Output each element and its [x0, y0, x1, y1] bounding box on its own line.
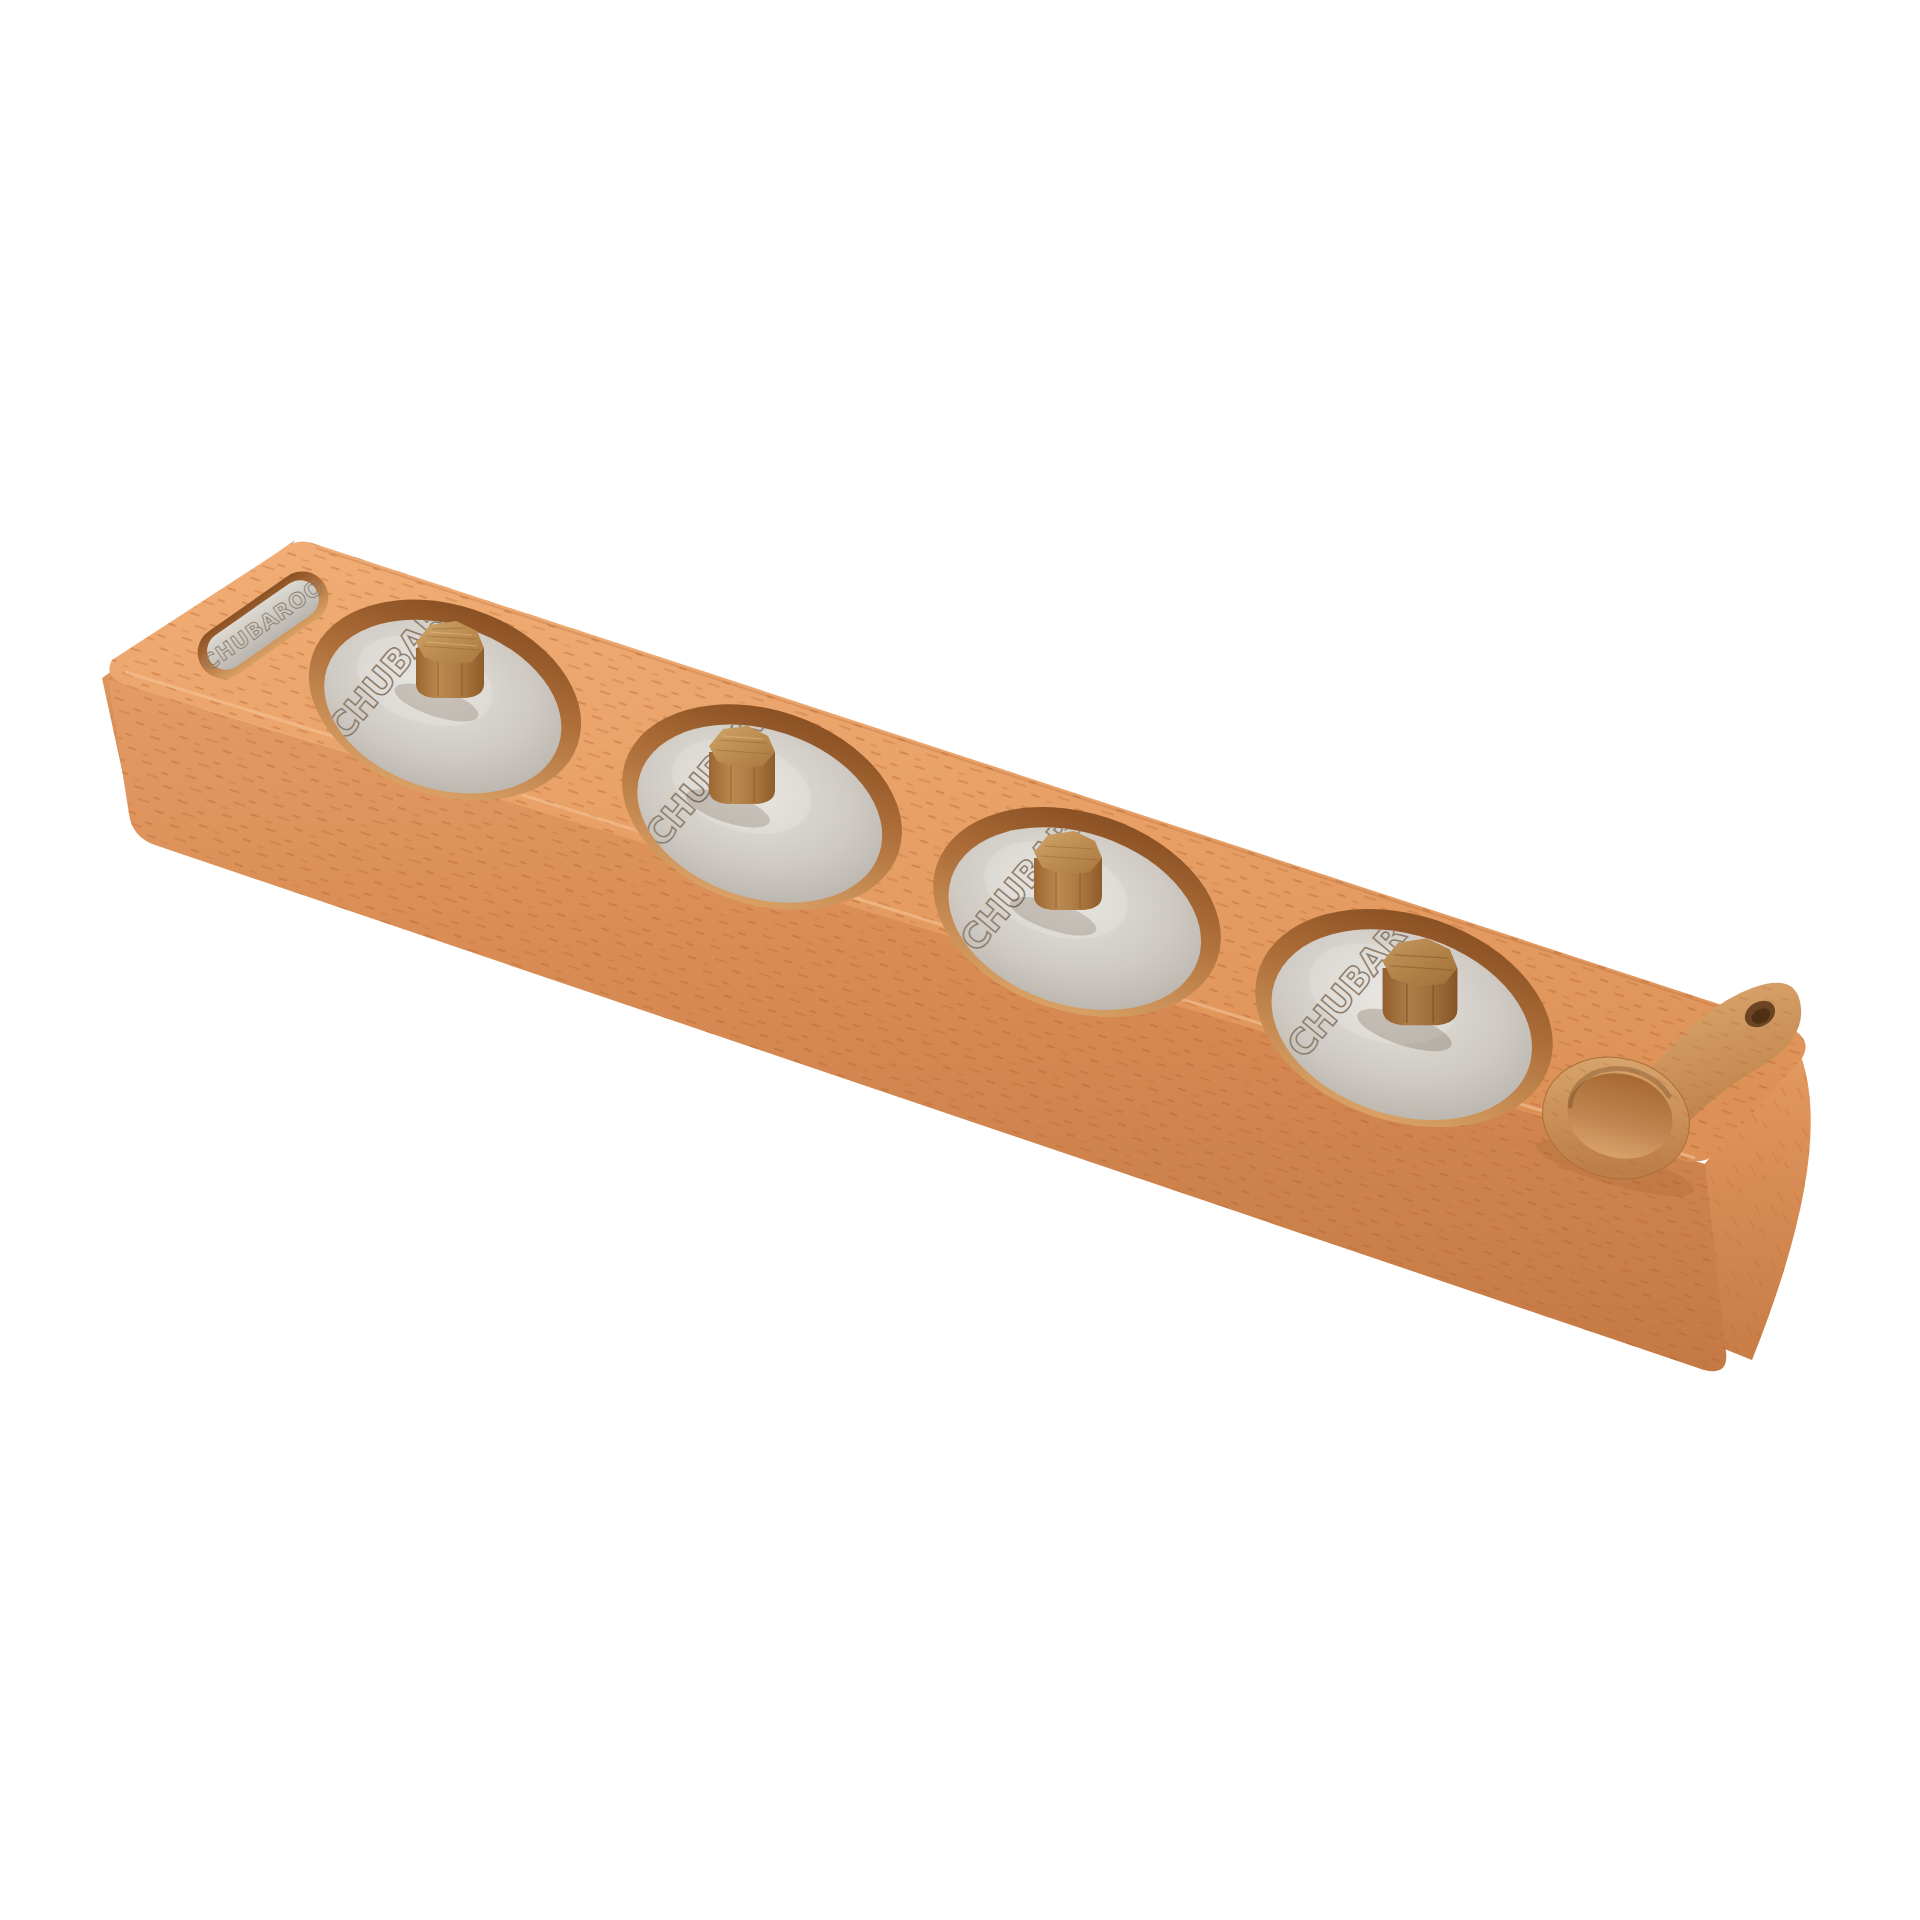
- photo-stage: CHUBAROO CHUBAROO CHUBAROO: [0, 0, 1920, 1920]
- product-photo: CHUBAROO CHUBAROO CHUBAROO: [0, 0, 1920, 1920]
